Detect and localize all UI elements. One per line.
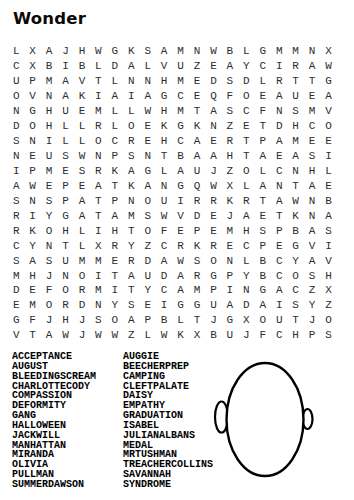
grid-cell-r8c8: S <box>123 149 139 164</box>
grid-cell-r1c2: X <box>24 44 40 59</box>
grid-cell-r1c4: J <box>57 44 73 59</box>
grid-cell-r2c5: B <box>74 59 90 74</box>
grid-cell-r9c9: G <box>140 164 156 179</box>
word-item: SYNDROME <box>123 480 213 490</box>
grid-cell-r9c8: A <box>123 164 139 179</box>
grid-cell-r8c4: S <box>57 149 73 164</box>
grid-cell-r12c12: D <box>189 208 205 223</box>
grid-cell-r16c2: H <box>24 268 40 283</box>
grid-cell-r4c4: A <box>57 89 73 104</box>
grid-cell-r11c11: I <box>172 193 188 208</box>
grid-cell-r3c13: D <box>205 74 221 89</box>
grid-cell-r8c17: E <box>271 149 287 164</box>
grid-cell-r11c19: N <box>304 193 320 208</box>
grid-cell-r12c16: E <box>255 208 271 223</box>
grid-cell-r19c8: A <box>123 313 139 328</box>
grid-cell-r5c19: M <box>304 104 320 119</box>
grid-cell-r11c18: W <box>287 193 303 208</box>
grid-cell-r17c2: E <box>24 283 40 298</box>
grid-cell-r10c11: G <box>172 178 188 193</box>
grid-cell-r1c17: M <box>271 44 287 59</box>
grid-cell-r6c6: R <box>90 119 106 134</box>
grid-cell-r2c3: B <box>41 59 57 74</box>
grid-cell-r7c11: C <box>172 134 188 149</box>
grid-cell-r7c10: H <box>156 134 172 149</box>
grid-cell-r14c17: E <box>271 238 287 253</box>
grid-cell-r11c16: T <box>255 193 271 208</box>
grid-cell-r7c14: R <box>222 134 238 149</box>
grid-cell-r3c15: D <box>238 74 254 89</box>
grid-cell-r3c2: P <box>24 74 40 89</box>
grid-cell-r12c9: S <box>140 208 156 223</box>
grid-cell-r12c4: G <box>57 208 73 223</box>
grid-cell-r19c16: O <box>255 313 271 328</box>
grid-cell-r18c16: A <box>255 298 271 313</box>
grid-cell-r14c15: C <box>238 238 254 253</box>
grid-cell-r6c2: O <box>24 119 40 134</box>
grid-cell-r16c7: T <box>107 268 123 283</box>
grid-cell-r11c3: S <box>41 193 57 208</box>
grid-cell-r3c18: T <box>287 74 303 89</box>
grid-cell-r19c4: H <box>57 313 73 328</box>
grid-cell-r10c9: A <box>140 178 156 193</box>
grid-cell-r1c10: A <box>156 44 172 59</box>
grid-cell-r5c17: N <box>271 104 287 119</box>
grid-cell-r18c6: N <box>90 298 106 313</box>
grid-cell-r12c3: Y <box>41 208 57 223</box>
grid-cell-r11c6: T <box>90 193 106 208</box>
grid-cell-r4c20: A <box>320 89 336 104</box>
grid-cell-r6c12: K <box>189 119 205 134</box>
grid-cell-r4c10: G <box>156 89 172 104</box>
grid-cell-r14c1: C <box>8 238 24 253</box>
grid-cell-r7c13: E <box>205 134 221 149</box>
grid-cell-r9c10: L <box>156 164 172 179</box>
grid-cell-r15c16: B <box>255 253 271 268</box>
grid-cell-r16c10: D <box>156 268 172 283</box>
grid-cell-r9c1: I <box>8 164 24 179</box>
grid-cell-r16c18: O <box>287 268 303 283</box>
grid-cell-r7c1: S <box>8 134 24 149</box>
grid-cell-r1c8: K <box>123 44 139 59</box>
grid-cell-r10c8: K <box>123 178 139 193</box>
grid-cell-r18c1: E <box>8 298 24 313</box>
grid-cell-r15c17: C <box>271 253 287 268</box>
grid-cell-r11c15: R <box>238 193 254 208</box>
grid-cell-r9c19: H <box>304 164 320 179</box>
grid-cell-r13c8: T <box>123 223 139 238</box>
grid-cell-r4c7: A <box>107 89 123 104</box>
grid-cell-r5c9: W <box>140 104 156 119</box>
grid-cell-r8c16: A <box>255 149 271 164</box>
grid-cell-r2c7: D <box>107 59 123 74</box>
grid-cell-r18c13: U <box>205 298 221 313</box>
grid-cell-r5c3: H <box>41 104 57 119</box>
grid-cell-r20c18: H <box>287 328 303 343</box>
grid-cell-r7c3: I <box>41 134 57 149</box>
grid-cell-r3c1: U <box>8 74 24 89</box>
grid-cell-r11c14: K <box>222 193 238 208</box>
grid-cell-r17c15: N <box>238 283 254 298</box>
grid-cell-r19c2: F <box>24 313 40 328</box>
grid-cell-r13c15: H <box>238 223 254 238</box>
grid-cell-r1c5: H <box>74 44 90 59</box>
grid-cell-r5c7: L <box>107 104 123 119</box>
grid-cell-r16c11: A <box>172 268 188 283</box>
grid-cell-r9c14: Z <box>222 164 238 179</box>
grid-cell-r3c5: V <box>74 74 90 89</box>
grid-cell-r14c9: Z <box>140 238 156 253</box>
grid-cell-r15c3: S <box>41 253 57 268</box>
grid-cell-r11c1: S <box>8 193 24 208</box>
grid-cell-r17c19: Z <box>304 283 320 298</box>
grid-cell-r3c8: N <box>123 74 139 89</box>
grid-cell-r9c5: S <box>74 164 90 179</box>
grid-cell-r5c16: F <box>255 104 271 119</box>
grid-cell-r3c3: M <box>41 74 57 89</box>
grid-cell-r11c20: B <box>320 193 336 208</box>
grid-cell-r4c18: U <box>287 89 303 104</box>
grid-cell-r5c6: M <box>90 104 106 119</box>
grid-cell-r15c20: V <box>320 253 336 268</box>
grid-cell-r10c7: T <box>107 178 123 193</box>
grid-cell-r11c7: P <box>107 193 123 208</box>
grid-cell-r5c15: C <box>238 104 254 119</box>
grid-cell-r1c16: G <box>255 44 271 59</box>
grid-cell-r10c20: E <box>320 178 336 193</box>
grid-cell-r6c5: L <box>74 119 90 134</box>
grid-cell-r12c19: N <box>304 208 320 223</box>
grid-cell-r20c7: W <box>107 328 123 343</box>
grid-cell-r18c20: Z <box>320 298 336 313</box>
grid-cell-r17c1: D <box>8 283 24 298</box>
grid-cell-r14c3: N <box>41 238 57 253</box>
grid-cell-r6c3: H <box>41 119 57 134</box>
grid-cell-r20c5: J <box>74 328 90 343</box>
grid-cell-r6c1: D <box>8 119 24 134</box>
grid-cell-r17c3: F <box>41 283 57 298</box>
grid-cell-r15c12: S <box>189 253 205 268</box>
grid-cell-r5c20: V <box>320 104 336 119</box>
grid-cell-r12c18: K <box>287 208 303 223</box>
grid-cell-r3c14: S <box>222 74 238 89</box>
grid-cell-r10c19: A <box>304 178 320 193</box>
grid-cell-r14c6: X <box>90 238 106 253</box>
grid-cell-r12c15: A <box>238 208 254 223</box>
grid-cell-r7c12: A <box>189 134 205 149</box>
grid-cell-r20c4: W <box>57 328 73 343</box>
grid-cell-r19c3: J <box>41 313 57 328</box>
grid-cell-r20c13: B <box>205 328 221 343</box>
grid-cell-r1c15: L <box>238 44 254 59</box>
grid-cell-r15c1: S <box>8 253 24 268</box>
grid-cell-r16c13: G <box>205 268 221 283</box>
grid-cell-r18c3: O <box>41 298 57 313</box>
grid-cell-r2c20: W <box>320 59 336 74</box>
grid-cell-r18c4: R <box>57 298 73 313</box>
grid-cell-r16c19: S <box>304 268 320 283</box>
grid-cell-r20c8: Z <box>123 328 139 343</box>
grid-cell-r15c8: R <box>123 253 139 268</box>
grid-cell-r2c2: X <box>24 59 40 74</box>
grid-cell-r20c12: X <box>189 328 205 343</box>
grid-cell-r9c15: O <box>238 164 254 179</box>
word-list-column-2: AUGGIEBEECHERPREPCAMPINGCLEFTPALATEDAISY… <box>123 352 213 490</box>
grid-cell-r14c10: C <box>156 238 172 253</box>
grid-cell-r2c15: Y <box>238 59 254 74</box>
grid-cell-r19c17: U <box>271 313 287 328</box>
grid-cell-r15c7: E <box>107 253 123 268</box>
letter-grid: LXAJHWGKSAMNWBLGMMNXCXBIBLDALVUZEAYCIRAW… <box>8 44 337 343</box>
grid-cell-r9c13: J <box>205 164 221 179</box>
grid-cell-r5c8: L <box>123 104 139 119</box>
grid-cell-r16c12: R <box>189 268 205 283</box>
grid-cell-r1c20: X <box>320 44 336 59</box>
grid-cell-r7c9: E <box>140 134 156 149</box>
grid-cell-r10c4: P <box>57 178 73 193</box>
grid-cell-r4c1: O <box>8 89 24 104</box>
grid-cell-r13c3: O <box>41 223 57 238</box>
grid-cell-r3c7: L <box>107 74 123 89</box>
grid-cell-r16c9: U <box>140 268 156 283</box>
grid-cell-r7c16: P <box>255 134 271 149</box>
grid-cell-r6c20: O <box>320 119 336 134</box>
grid-cell-r3c12: E <box>189 74 205 89</box>
grid-cell-r14c13: R <box>205 238 221 253</box>
grid-cell-r11c9: O <box>140 193 156 208</box>
grid-cell-r8c14: H <box>222 149 238 164</box>
grid-cell-r20c10: W <box>156 328 172 343</box>
grid-cell-r16c20: H <box>320 268 336 283</box>
grid-cell-r7c17: A <box>271 134 287 149</box>
grid-cell-r20c11: K <box>172 328 188 343</box>
grid-cell-r2c4: I <box>57 59 73 74</box>
grid-cell-r19c19: J <box>304 313 320 328</box>
grid-cell-r4c3: N <box>41 89 57 104</box>
grid-cell-r1c9: S <box>140 44 156 59</box>
grid-cell-r11c13: R <box>205 193 221 208</box>
grid-cell-r17c9: Y <box>140 283 156 298</box>
grid-cell-r12c10: W <box>156 208 172 223</box>
grid-cell-r8c11: B <box>172 149 188 164</box>
grid-cell-r11c8: N <box>123 193 139 208</box>
grid-cell-r15c2: A <box>24 253 40 268</box>
grid-cell-r7c6: O <box>90 134 106 149</box>
grid-cell-r5c13: A <box>205 104 221 119</box>
grid-cell-r10c2: W <box>24 178 40 193</box>
grid-cell-r16c4: N <box>57 268 73 283</box>
grid-cell-r15c9: D <box>140 253 156 268</box>
grid-cell-r16c5: O <box>74 268 90 283</box>
grid-cell-r13c7: H <box>107 223 123 238</box>
grid-cell-r6c7: L <box>107 119 123 134</box>
grid-cell-r8c1: N <box>8 149 24 164</box>
grid-cell-r13c5: L <box>74 223 90 238</box>
grid-cell-r13c20: S <box>320 223 336 238</box>
grid-cell-r4c15: O <box>238 89 254 104</box>
grid-cell-r12c6: T <box>90 208 106 223</box>
grid-cell-r17c17: A <box>271 283 287 298</box>
grid-cell-r7c20: E <box>320 134 336 149</box>
grid-cell-r10c12: Q <box>189 178 205 193</box>
grid-cell-r19c9: P <box>140 313 156 328</box>
grid-cell-r4c9: A <box>140 89 156 104</box>
grid-cell-r4c17: A <box>271 89 287 104</box>
grid-cell-r16c6: I <box>90 268 106 283</box>
grid-cell-r12c5: A <box>74 208 90 223</box>
grid-cell-r17c13: P <box>205 283 221 298</box>
grid-cell-r13c10: F <box>156 223 172 238</box>
grid-cell-r10c13: W <box>205 178 221 193</box>
grid-cell-r4c11: C <box>172 89 188 104</box>
grid-cell-r19c12: T <box>189 313 205 328</box>
grid-cell-r9c16: L <box>255 164 271 179</box>
grid-cell-r5c4: U <box>57 104 73 119</box>
grid-cell-r6c11: G <box>172 119 188 134</box>
grid-cell-r13c17: P <box>271 223 287 238</box>
grid-cell-r17c10: C <box>156 283 172 298</box>
grid-cell-r3c6: T <box>90 74 106 89</box>
grid-cell-r3c4: A <box>57 74 73 89</box>
grid-cell-r8c10: T <box>156 149 172 164</box>
grid-cell-r2c17: I <box>271 59 287 74</box>
grid-cell-r6c16: T <box>255 119 271 134</box>
grid-cell-r17c14: I <box>222 283 238 298</box>
grid-cell-r9c12: U <box>189 164 205 179</box>
grid-cell-r1c13: W <box>205 44 221 59</box>
grid-cell-r19c18: T <box>287 313 303 328</box>
grid-cell-r2c8: A <box>123 59 139 74</box>
grid-cell-r17c16: G <box>255 283 271 298</box>
grid-cell-r14c20: I <box>320 238 336 253</box>
grid-cell-r19c7: O <box>107 313 123 328</box>
grid-cell-r10c17: N <box>271 178 287 193</box>
grid-cell-r14c8: Y <box>123 238 139 253</box>
grid-cell-r2c18: R <box>287 59 303 74</box>
grid-cell-r4c5: K <box>74 89 90 104</box>
grid-cell-r12c7: A <box>107 208 123 223</box>
grid-cell-r8c12: A <box>189 149 205 164</box>
grid-cell-r8c18: A <box>287 149 303 164</box>
grid-cell-r16c15: Y <box>238 268 254 283</box>
grid-cell-r15c15: L <box>238 253 254 268</box>
grid-cell-r19c5: J <box>74 313 90 328</box>
grid-cell-r18c15: D <box>238 298 254 313</box>
grid-cell-r6c13: N <box>205 119 221 134</box>
grid-cell-r19c1: G <box>8 313 24 328</box>
grid-cell-r1c3: A <box>41 44 57 59</box>
grid-cell-r17c6: M <box>90 283 106 298</box>
grid-cell-r6c18: H <box>287 119 303 134</box>
grid-cell-r16c16: B <box>255 268 271 283</box>
grid-cell-r17c12: M <box>189 283 205 298</box>
grid-cell-r7c15: T <box>238 134 254 149</box>
grid-cell-r13c11: E <box>172 223 188 238</box>
grid-cell-r5c12: T <box>189 104 205 119</box>
head-outline-icon <box>227 363 304 476</box>
grid-cell-r14c18: G <box>287 238 303 253</box>
grid-cell-r9c6: R <box>90 164 106 179</box>
grid-cell-r17c18: C <box>287 283 303 298</box>
grid-cell-r14c12: K <box>189 238 205 253</box>
grid-cell-r8c15: T <box>238 149 254 164</box>
grid-cell-r20c6: W <box>90 328 106 343</box>
grid-cell-r18c19: Y <box>304 298 320 313</box>
grid-cell-r8c6: N <box>90 149 106 164</box>
grid-cell-r15c5: M <box>74 253 90 268</box>
grid-cell-r2c16: C <box>255 59 271 74</box>
grid-cell-r7c8: R <box>123 134 139 149</box>
grid-cell-r7c7: C <box>107 134 123 149</box>
grid-cell-r15c14: N <box>222 253 238 268</box>
grid-cell-r19c11: L <box>172 313 188 328</box>
grid-cell-r13c12: P <box>189 223 205 238</box>
grid-cell-r10c15: L <box>238 178 254 193</box>
grid-cell-r16c17: C <box>271 268 287 283</box>
grid-cell-r8c9: N <box>140 149 156 164</box>
grid-cell-r18c7: Y <box>107 298 123 313</box>
grid-cell-r20c2: T <box>24 328 40 343</box>
grid-cell-r13c1: R <box>8 223 24 238</box>
grid-cell-r11c12: R <box>189 193 205 208</box>
grid-cell-r8c2: E <box>24 149 40 164</box>
grid-cell-r5c10: H <box>156 104 172 119</box>
grid-cell-r17c20: X <box>320 283 336 298</box>
grid-cell-r3c19: T <box>304 74 320 89</box>
grid-cell-r10c14: X <box>222 178 238 193</box>
grid-cell-r3c16: L <box>255 74 271 89</box>
grid-cell-r7c4: L <box>57 134 73 149</box>
grid-cell-r8c3: U <box>41 149 57 164</box>
grid-cell-r9c4: E <box>57 164 73 179</box>
grid-cell-r13c16: S <box>255 223 271 238</box>
grid-cell-r3c11: M <box>172 74 188 89</box>
grid-cell-r11c5: A <box>74 193 90 208</box>
grid-cell-r6c17: D <box>271 119 287 134</box>
grid-cell-r18c8: S <box>123 298 139 313</box>
grid-cell-r11c10: U <box>156 193 172 208</box>
grid-cell-r1c18: M <box>287 44 303 59</box>
grid-cell-r9c7: K <box>107 164 123 179</box>
grid-cell-r18c5: D <box>74 298 90 313</box>
grid-cell-r4c13: Q <box>205 89 221 104</box>
grid-cell-r5c18: S <box>287 104 303 119</box>
grid-cell-r2c9: L <box>140 59 156 74</box>
grid-cell-r3c17: R <box>271 74 287 89</box>
grid-cell-r7c5: L <box>74 134 90 149</box>
word-list: ACCEPTANCEAUGUSTBLEEDINGSCREAMCHARLOTTEC… <box>12 352 213 490</box>
grid-cell-r20c15: J <box>238 328 254 343</box>
grid-cell-r6c14: Z <box>222 119 238 134</box>
grid-cell-r13c9: O <box>140 223 156 238</box>
grid-cell-r10c18: T <box>287 178 303 193</box>
grid-cell-r6c4: L <box>57 119 73 134</box>
grid-cell-r1c14: B <box>222 44 238 59</box>
grid-cell-r14c16: P <box>255 238 271 253</box>
grid-cell-r10c5: E <box>74 178 90 193</box>
grid-cell-r10c10: N <box>156 178 172 193</box>
grid-cell-r6c15: E <box>238 119 254 134</box>
grid-cell-r8c13: A <box>205 149 221 164</box>
grid-cell-r20c1: V <box>8 328 24 343</box>
grid-cell-r4c19: E <box>304 89 320 104</box>
grid-cell-r1c19: N <box>304 44 320 59</box>
grid-cell-r8c19: S <box>304 149 320 164</box>
grid-cell-r17c11: A <box>172 283 188 298</box>
grid-cell-r8c7: P <box>107 149 123 164</box>
grid-cell-r19c6: S <box>90 313 106 328</box>
grid-cell-r15c19: A <box>304 253 320 268</box>
